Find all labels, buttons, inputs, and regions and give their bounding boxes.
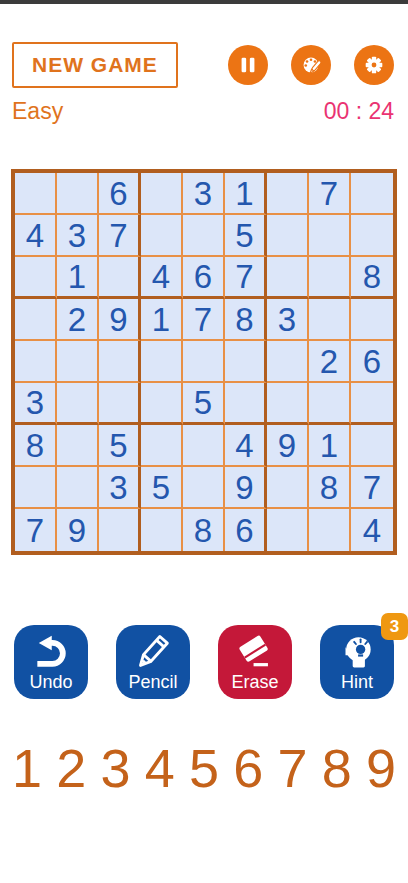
sudoku-cell-r3c9[interactable]: 8 bbox=[351, 257, 393, 299]
sudoku-cell-r1c8[interactable]: 7 bbox=[309, 173, 351, 215]
hint-button[interactable]: 3 Hint bbox=[320, 625, 394, 699]
sudoku-cell-r3c1[interactable] bbox=[15, 257, 57, 299]
sudoku-cell-r1c1[interactable] bbox=[15, 173, 57, 215]
sudoku-cell-r9c7[interactable] bbox=[267, 509, 309, 551]
sudoku-cell-r5c2[interactable] bbox=[57, 341, 99, 383]
eraser-icon bbox=[232, 630, 278, 676]
sudoku-cell-r9c4[interactable] bbox=[141, 509, 183, 551]
sudoku-cell-r2c2[interactable]: 3 bbox=[57, 215, 99, 257]
sudoku-cell-r2c5[interactable] bbox=[183, 215, 225, 257]
sudoku-cell-r7c5[interactable] bbox=[183, 425, 225, 467]
sudoku-cell-r7c7[interactable]: 9 bbox=[267, 425, 309, 467]
numpad-9[interactable]: 9 bbox=[366, 741, 396, 795]
new-game-button[interactable]: NEW GAME bbox=[12, 42, 178, 88]
sudoku-cell-r9c5[interactable]: 8 bbox=[183, 509, 225, 551]
settings-gear-icon bbox=[360, 51, 388, 79]
sudoku-cell-r7c9[interactable] bbox=[351, 425, 393, 467]
sudoku-cell-r3c2[interactable]: 1 bbox=[57, 257, 99, 299]
numpad-4[interactable]: 4 bbox=[145, 741, 175, 795]
sudoku-cell-r3c3[interactable] bbox=[99, 257, 141, 299]
sudoku-cell-r5c8[interactable]: 2 bbox=[309, 341, 351, 383]
numpad-8[interactable]: 8 bbox=[322, 741, 352, 795]
sudoku-cell-r1c2[interactable] bbox=[57, 173, 99, 215]
sudoku-cell-r8c5[interactable] bbox=[183, 467, 225, 509]
pencil-button[interactable]: Pencil bbox=[116, 625, 190, 699]
sudoku-cell-r8c2[interactable] bbox=[57, 467, 99, 509]
pause-button[interactable] bbox=[228, 45, 268, 85]
sudoku-cell-r4c4[interactable]: 1 bbox=[141, 299, 183, 341]
sudoku-cell-r8c7[interactable] bbox=[267, 467, 309, 509]
sudoku-cell-r1c4[interactable] bbox=[141, 173, 183, 215]
sudoku-cell-r7c3[interactable]: 5 bbox=[99, 425, 141, 467]
sudoku-cell-r6c2[interactable] bbox=[57, 383, 99, 425]
sudoku-cell-r2c6[interactable]: 5 bbox=[225, 215, 267, 257]
numpad-3[interactable]: 3 bbox=[100, 741, 130, 795]
hint-count-badge: 3 bbox=[381, 613, 408, 640]
sudoku-cell-r9c2[interactable]: 9 bbox=[57, 509, 99, 551]
timer-label: 00 : 24 bbox=[324, 98, 394, 125]
sudoku-cell-r4c1[interactable] bbox=[15, 299, 57, 341]
sudoku-cell-r4c7[interactable]: 3 bbox=[267, 299, 309, 341]
undo-arrow-icon bbox=[28, 630, 74, 676]
sudoku-cell-r8c9[interactable]: 7 bbox=[351, 467, 393, 509]
sudoku-cell-r2c1[interactable]: 4 bbox=[15, 215, 57, 257]
sudoku-cell-r9c1[interactable]: 7 bbox=[15, 509, 57, 551]
pencil-icon bbox=[130, 630, 176, 676]
difficulty-label: Easy bbox=[12, 98, 63, 125]
sudoku-cell-r6c6[interactable] bbox=[225, 383, 267, 425]
numpad-1[interactable]: 1 bbox=[12, 741, 42, 795]
sudoku-cell-r8c6[interactable]: 9 bbox=[225, 467, 267, 509]
sudoku-cell-r5c6[interactable] bbox=[225, 341, 267, 383]
sudoku-cell-r4c8[interactable] bbox=[309, 299, 351, 341]
sudoku-cell-r7c8[interactable]: 1 bbox=[309, 425, 351, 467]
sudoku-cell-r8c1[interactable] bbox=[15, 467, 57, 509]
sudoku-cell-r5c5[interactable] bbox=[183, 341, 225, 383]
sudoku-cell-r5c4[interactable] bbox=[141, 341, 183, 383]
sudoku-cell-r7c4[interactable] bbox=[141, 425, 183, 467]
theme-palette-button[interactable] bbox=[291, 45, 331, 85]
sudoku-cell-r5c7[interactable] bbox=[267, 341, 309, 383]
sudoku-cell-r6c7[interactable] bbox=[267, 383, 309, 425]
status-row: Easy 00 : 24 bbox=[0, 88, 408, 125]
sudoku-cell-r2c8[interactable] bbox=[309, 215, 351, 257]
sudoku-cell-r8c3[interactable]: 3 bbox=[99, 467, 141, 509]
sudoku-cell-r9c6[interactable]: 6 bbox=[225, 509, 267, 551]
sudoku-cell-r5c9[interactable]: 6 bbox=[351, 341, 393, 383]
sudoku-cell-r2c9[interactable] bbox=[351, 215, 393, 257]
sudoku-cell-r9c8[interactable] bbox=[309, 509, 351, 551]
sudoku-cell-r1c3[interactable]: 6 bbox=[99, 173, 141, 215]
controls-bar: Undo Pencil Erase 3 bbox=[0, 625, 408, 699]
sudoku-cell-r7c1[interactable]: 8 bbox=[15, 425, 57, 467]
sudoku-board: 63174375146782917832635854913598779864 bbox=[11, 169, 397, 555]
header-icon-buttons bbox=[228, 45, 394, 85]
sudoku-cell-r4c2[interactable]: 2 bbox=[57, 299, 99, 341]
pause-icon bbox=[237, 54, 259, 76]
numpad-6[interactable]: 6 bbox=[233, 741, 263, 795]
sudoku-cell-r5c3[interactable] bbox=[99, 341, 141, 383]
sudoku-cell-r3c8[interactable] bbox=[309, 257, 351, 299]
sudoku-cell-r4c3[interactable]: 9 bbox=[99, 299, 141, 341]
hint-head-bulb-icon bbox=[334, 630, 380, 676]
sudoku-cell-r1c7[interactable] bbox=[267, 173, 309, 215]
sudoku-cell-r7c6[interactable]: 4 bbox=[225, 425, 267, 467]
settings-button[interactable] bbox=[354, 45, 394, 85]
sudoku-cell-r9c9[interactable]: 4 bbox=[351, 509, 393, 551]
sudoku-cell-r4c9[interactable] bbox=[351, 299, 393, 341]
palette-icon bbox=[297, 51, 325, 79]
sudoku-cell-r2c3[interactable]: 7 bbox=[99, 215, 141, 257]
number-pad: 123456789 bbox=[0, 741, 408, 795]
sudoku-cell-r6c4[interactable] bbox=[141, 383, 183, 425]
sudoku-cell-r4c5[interactable]: 7 bbox=[183, 299, 225, 341]
sudoku-cell-r3c5[interactable]: 6 bbox=[183, 257, 225, 299]
undo-button[interactable]: Undo bbox=[14, 625, 88, 699]
sudoku-cell-r2c4[interactable] bbox=[141, 215, 183, 257]
sudoku-cell-r6c5[interactable]: 5 bbox=[183, 383, 225, 425]
numpad-5[interactable]: 5 bbox=[189, 741, 219, 795]
sudoku-cell-r6c1[interactable]: 3 bbox=[15, 383, 57, 425]
sudoku-cell-r8c4[interactable]: 5 bbox=[141, 467, 183, 509]
sudoku-cell-r6c8[interactable] bbox=[309, 383, 351, 425]
sudoku-cell-r7c2[interactable] bbox=[57, 425, 99, 467]
sudoku-cell-r6c3[interactable] bbox=[99, 383, 141, 425]
sudoku-cell-r1c5[interactable]: 3 bbox=[183, 173, 225, 215]
sudoku-cell-r5c1[interactable] bbox=[15, 341, 57, 383]
erase-button[interactable]: Erase bbox=[218, 625, 292, 699]
sudoku-cell-r1c9[interactable] bbox=[351, 173, 393, 215]
numpad-2[interactable]: 2 bbox=[56, 741, 86, 795]
sudoku-cell-r9c3[interactable] bbox=[99, 509, 141, 551]
sudoku-cell-r2c7[interactable] bbox=[267, 215, 309, 257]
sudoku-cell-r6c9[interactable] bbox=[351, 383, 393, 425]
sudoku-cell-r3c6[interactable]: 7 bbox=[225, 257, 267, 299]
sudoku-cell-r4c6[interactable]: 8 bbox=[225, 299, 267, 341]
sudoku-cell-r3c4[interactable]: 4 bbox=[141, 257, 183, 299]
header: NEW GAME bbox=[0, 4, 408, 88]
sudoku-cell-r3c7[interactable] bbox=[267, 257, 309, 299]
sudoku-cell-r8c8[interactable]: 8 bbox=[309, 467, 351, 509]
sudoku-cell-r1c6[interactable]: 1 bbox=[225, 173, 267, 215]
numpad-7[interactable]: 7 bbox=[277, 741, 307, 795]
